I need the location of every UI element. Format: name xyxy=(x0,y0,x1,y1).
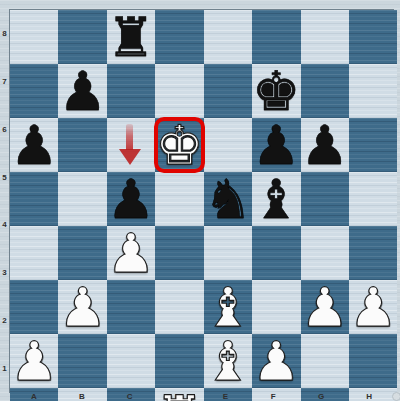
square-h6[interactable] xyxy=(349,118,397,172)
piece-black-bishop-f5[interactable]: ♝ xyxy=(252,173,300,227)
square-d8[interactable] xyxy=(155,10,203,64)
square-e5[interactable]: ♞ xyxy=(204,172,252,226)
piece-black-rook-c8[interactable]: ♜ xyxy=(107,11,155,65)
square-a2[interactable]: ♟ xyxy=(10,334,58,388)
file-label-A: A xyxy=(10,392,58,401)
square-a5[interactable] xyxy=(10,172,58,226)
square-f3[interactable] xyxy=(252,280,300,334)
square-a6[interactable]: ♟ xyxy=(10,118,58,172)
square-d1[interactable]: ♜ xyxy=(155,388,203,401)
square-d7[interactable] xyxy=(155,64,203,118)
square-f8[interactable] xyxy=(252,10,300,64)
square-e7[interactable] xyxy=(204,64,252,118)
piece-white-pawn-b3[interactable]: ♟ xyxy=(58,281,106,335)
square-f5[interactable]: ♝ xyxy=(252,172,300,226)
piece-white-pawn-c4[interactable]: ♟ xyxy=(107,227,155,281)
square-g8[interactable] xyxy=(301,10,349,64)
square-e3[interactable]: ♝ xyxy=(204,280,252,334)
chess-board: ♜♟♚♟♚♟♟♟♞♝♟♟♝♟♟♟♝♟♜ xyxy=(10,10,393,392)
square-h3[interactable]: ♟ xyxy=(349,280,397,334)
square-e4[interactable] xyxy=(204,226,252,280)
square-g4[interactable] xyxy=(301,226,349,280)
rank-label-4: 4 xyxy=(0,201,9,249)
file-label-H: H xyxy=(345,392,393,401)
square-g6[interactable]: ♟ xyxy=(301,118,349,172)
piece-black-king-f7[interactable]: ♚ xyxy=(252,65,300,119)
piece-black-pawn-a6[interactable]: ♟ xyxy=(10,119,58,173)
piece-black-pawn-c5[interactable]: ♟ xyxy=(107,173,155,227)
rank-label-8: 8 xyxy=(0,10,9,58)
piece-white-pawn-a2[interactable]: ♟ xyxy=(10,335,58,389)
square-h4[interactable] xyxy=(349,226,397,280)
piece-white-bishop-e3[interactable]: ♝ xyxy=(204,281,252,335)
piece-black-pawn-g6[interactable]: ♟ xyxy=(301,119,349,173)
square-f7[interactable]: ♚ xyxy=(252,64,300,118)
square-b4[interactable] xyxy=(58,226,106,280)
piece-white-bishop-e2[interactable]: ♝ xyxy=(204,335,252,389)
square-b6[interactable] xyxy=(58,118,106,172)
square-h8[interactable] xyxy=(349,10,397,64)
rank-label-3: 3 xyxy=(0,249,9,297)
file-label-B: B xyxy=(58,392,106,401)
square-h2[interactable] xyxy=(349,334,397,388)
square-f6[interactable]: ♟ xyxy=(252,118,300,172)
piece-white-pawn-h3[interactable]: ♟ xyxy=(349,281,397,335)
piece-white-pawn-g3[interactable]: ♟ xyxy=(301,281,349,335)
square-c6[interactable] xyxy=(107,118,155,172)
square-b8[interactable] xyxy=(58,10,106,64)
square-a3[interactable] xyxy=(10,280,58,334)
square-b3[interactable]: ♟ xyxy=(58,280,106,334)
piece-black-knight-e5[interactable]: ♞ xyxy=(204,173,252,227)
rank-label-1: 1 xyxy=(0,344,9,392)
square-h5[interactable] xyxy=(349,172,397,226)
square-b2[interactable] xyxy=(58,334,106,388)
square-c8[interactable]: ♜ xyxy=(107,10,155,64)
square-d4[interactable] xyxy=(155,226,203,280)
square-d3[interactable] xyxy=(155,280,203,334)
square-g2[interactable] xyxy=(301,334,349,388)
rank-label-2: 2 xyxy=(0,297,9,345)
square-d6[interactable]: ♚ xyxy=(155,118,203,172)
square-c3[interactable] xyxy=(107,280,155,334)
square-b7[interactable]: ♟ xyxy=(58,64,106,118)
piece-black-pawn-b7[interactable]: ♟ xyxy=(58,65,106,119)
square-e6[interactable] xyxy=(204,118,252,172)
corner-dot xyxy=(392,392,400,401)
square-b5[interactable] xyxy=(58,172,106,226)
file-label-G: G xyxy=(297,392,345,401)
rank-label-5: 5 xyxy=(0,153,9,201)
square-g5[interactable] xyxy=(301,172,349,226)
square-c2[interactable] xyxy=(107,334,155,388)
square-d5[interactable] xyxy=(155,172,203,226)
piece-white-rook-d1[interactable]: ♜ xyxy=(155,389,203,401)
square-a8[interactable] xyxy=(10,10,58,64)
square-g7[interactable] xyxy=(301,64,349,118)
square-d2[interactable] xyxy=(155,334,203,388)
rank-label-6: 6 xyxy=(0,106,9,154)
square-h7[interactable] xyxy=(349,64,397,118)
piece-white-pawn-f2[interactable]: ♟ xyxy=(252,335,300,389)
square-f2[interactable]: ♟ xyxy=(252,334,300,388)
file-label-E: E xyxy=(202,392,250,401)
puzzle-stage: ♜♟♚♟♚♟♟♟♞♝♟♟♝♟♟♟♝♟♜ 87654321 ABCDEFGH xyxy=(0,0,400,401)
rank-label-7: 7 xyxy=(0,58,9,106)
piece-black-pawn-f6[interactable]: ♟ xyxy=(252,119,300,173)
piece-white-king-d6[interactable]: ♚ xyxy=(155,119,203,173)
square-a4[interactable] xyxy=(10,226,58,280)
file-label-F: F xyxy=(249,392,297,401)
square-e8[interactable] xyxy=(204,10,252,64)
file-label-C: C xyxy=(106,392,154,401)
square-g3[interactable]: ♟ xyxy=(301,280,349,334)
square-c4[interactable]: ♟ xyxy=(107,226,155,280)
square-f4[interactable] xyxy=(252,226,300,280)
square-c5[interactable]: ♟ xyxy=(107,172,155,226)
square-e2[interactable]: ♝ xyxy=(204,334,252,388)
square-a7[interactable] xyxy=(10,64,58,118)
square-c7[interactable] xyxy=(107,64,155,118)
